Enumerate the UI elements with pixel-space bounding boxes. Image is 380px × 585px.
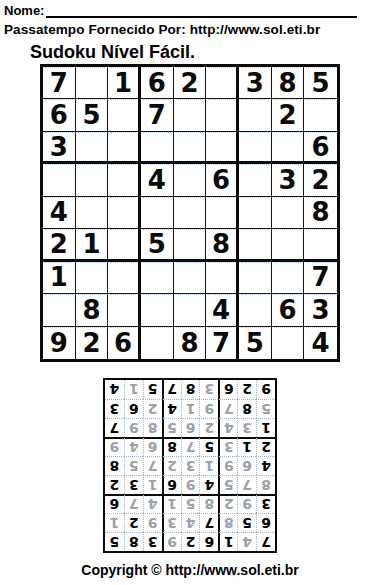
puzzle-cell-r4c1: [43, 164, 76, 196]
puzzle-cell-r4c2: [76, 164, 109, 196]
solution-cell-r6c7: 6: [143, 437, 162, 456]
puzzle-cell-r1c9: 5: [304, 67, 337, 99]
puzzle-cell-r5c4: [141, 197, 174, 229]
puzzle-cell-r9c4: [141, 327, 174, 359]
solution-cell-r3c1: 3: [256, 494, 275, 513]
puzzle-cell-r8c4: [141, 294, 174, 326]
puzzle-cell-r4c3: [108, 164, 141, 196]
solution-cell-r9c4: 3: [199, 380, 218, 399]
puzzle-cell-r7c7: [239, 262, 272, 294]
solution-cell-r3c5: 5: [181, 494, 200, 513]
puzzle-cell-r7c5: [174, 262, 207, 294]
solution-cell-r8c5: 1: [181, 399, 200, 418]
puzzle-cell-r3c6: [206, 132, 239, 164]
solution-cell-r4c1: 8: [256, 475, 275, 494]
puzzle-cell-r8c7: [239, 294, 272, 326]
puzzle-cell-r1c6: [206, 67, 239, 99]
puzzle-cell-r7c8: [272, 262, 305, 294]
puzzle-cell-r6c6: 8: [206, 229, 239, 261]
puzzle-cell-r2c1: 6: [43, 99, 76, 131]
puzzle-cell-r2c4: 7: [141, 99, 174, 131]
solution-cell-r8c4: 9: [199, 399, 218, 418]
solution-cell-r1c4: 6: [199, 532, 218, 551]
solution-cell-r8c7: 2: [143, 399, 162, 418]
puzzle-cell-r7c2: [76, 262, 109, 294]
puzzle-cell-r5c8: [272, 197, 305, 229]
puzzle-cell-r4c8: 3: [272, 164, 305, 196]
solution-cell-r7c9: 7: [105, 418, 124, 437]
solution-cell-r8c8: 6: [124, 399, 143, 418]
solution-grid-rotated: 7416293856587439213928514768754961324691…: [103, 378, 277, 553]
solution-cell-r5c7: 7: [143, 456, 162, 475]
solution-cell-r9c5: 8: [181, 380, 200, 399]
solution-cell-r1c7: 3: [143, 532, 162, 551]
puzzle-cell-r1c3: 1: [108, 67, 141, 99]
solution-cell-r4c5: 9: [181, 475, 200, 494]
solution-cell-r3c9: 6: [105, 494, 124, 513]
solution-cell-r6c5: 7: [181, 437, 200, 456]
solution-cell-r9c2: 2: [237, 380, 256, 399]
puzzle-cell-r2c8: 2: [272, 99, 305, 131]
puzzle-cell-r1c5: 2: [174, 67, 207, 99]
solution-cell-r2c5: 4: [181, 513, 200, 532]
name-fill-in-line: [46, 3, 357, 18]
solution-cell-r4c6: 6: [162, 475, 181, 494]
solution-cell-r8c6: 4: [162, 399, 181, 418]
solution-cell-r3c4: 8: [199, 494, 218, 513]
puzzle-cell-r9c5: 8: [174, 327, 207, 359]
puzzle-cell-r4c6: 6: [206, 164, 239, 196]
solution-cell-r2c3: 8: [218, 513, 237, 532]
name-label: Nome:: [4, 3, 44, 18]
puzzle-cell-r6c8: [272, 229, 305, 261]
puzzle-cell-r5c7: [239, 197, 272, 229]
puzzle-cell-r8c1: [43, 294, 76, 326]
puzzle-cell-r7c1: 1: [43, 262, 76, 294]
puzzle-cell-r8c8: 6: [272, 294, 305, 326]
solution-cell-r7c2: 3: [237, 418, 256, 437]
solution-cell-r4c3: 5: [218, 475, 237, 494]
puzzle-cell-r5c1: 4: [43, 197, 76, 229]
puzzle-cell-r9c3: 6: [108, 327, 141, 359]
puzzle-cell-r9c6: 7: [206, 327, 239, 359]
solution-cell-r7c3: 4: [218, 418, 237, 437]
puzzle-cell-r3c3: [108, 132, 141, 164]
puzzle-cell-r9c9: 4: [304, 327, 337, 359]
puzzle-grid: 716238565723646324821581784639268754: [40, 64, 340, 362]
sudoku-sheet: Nome: Passatempo Fornecido Por: http://w…: [0, 0, 380, 585]
solution-cell-r1c5: 2: [181, 532, 200, 551]
solution-cell-r9c9: 4: [105, 380, 124, 399]
solution-cell-r3c2: 9: [237, 494, 256, 513]
puzzle-cell-r6c5: [174, 229, 207, 261]
solution-cell-r1c9: 5: [105, 532, 124, 551]
puzzle-cell-r7c9: 7: [304, 262, 337, 294]
solution-cell-r8c2: 8: [237, 399, 256, 418]
solution-cell-r1c2: 4: [237, 532, 256, 551]
solution-cell-r5c8: 5: [124, 456, 143, 475]
puzzle-cell-r5c6: [206, 197, 239, 229]
puzzle-cell-r6c4: 5: [141, 229, 174, 261]
puzzle-cell-r8c3: [108, 294, 141, 326]
puzzle-cell-r1c8: 8: [272, 67, 305, 99]
puzzle-cell-r9c2: 2: [76, 327, 109, 359]
puzzle-cell-r2c9: [304, 99, 337, 131]
puzzle-cell-r3c8: [272, 132, 305, 164]
puzzle-cell-r7c6: [206, 262, 239, 294]
name-row: Nome:: [4, 3, 357, 18]
solution-cell-r5c6: 2: [162, 456, 181, 475]
solution-cell-r2c1: 6: [256, 513, 275, 532]
copyright-line: Copyright © http://www.sol.eti.br: [0, 562, 380, 578]
solution-cell-r3c6: 1: [162, 494, 181, 513]
solution-cell-r3c3: 2: [218, 494, 237, 513]
solution-cell-r2c9: 1: [105, 513, 124, 532]
solution-cell-r1c6: 9: [162, 532, 181, 551]
solution-cell-r6c1: 2: [256, 437, 275, 456]
puzzle-cell-r9c8: [272, 327, 305, 359]
puzzle-cell-r2c3: [108, 99, 141, 131]
solution-cell-r3c7: 4: [143, 494, 162, 513]
puzzle-cell-r7c3: [108, 262, 141, 294]
solution-cell-r4c4: 4: [199, 475, 218, 494]
solution-cell-r9c6: 7: [162, 380, 181, 399]
puzzle-cell-r9c7: 5: [239, 327, 272, 359]
puzzle-cell-r5c5: [174, 197, 207, 229]
solution-cell-r7c6: 5: [162, 418, 181, 437]
solution-cell-r5c4: 1: [199, 456, 218, 475]
puzzle-cell-r6c9: [304, 229, 337, 261]
puzzle-cell-r8c5: [174, 294, 207, 326]
puzzle-cell-r7c4: [141, 262, 174, 294]
puzzle-cell-r3c1: 3: [43, 132, 76, 164]
solution-cell-r5c1: 4: [256, 456, 275, 475]
solution-cell-r6c2: 1: [237, 437, 256, 456]
puzzle-cell-r1c1: 7: [43, 67, 76, 99]
puzzle-cell-r3c2: [76, 132, 109, 164]
puzzle-cell-r6c1: 2: [43, 229, 76, 261]
solution-cell-r6c8: 4: [124, 437, 143, 456]
solution-cell-r5c3: 9: [218, 456, 237, 475]
solution-cell-r3c8: 7: [124, 494, 143, 513]
solution-cell-r7c4: 2: [199, 418, 218, 437]
puzzle-cell-r2c7: [239, 99, 272, 131]
puzzle-cell-r3c9: 6: [304, 132, 337, 164]
solution-cell-r7c7: 8: [143, 418, 162, 437]
solution-cell-r5c9: 8: [105, 456, 124, 475]
puzzle-cell-r4c9: 2: [304, 164, 337, 196]
solution-cell-r5c2: 6: [237, 456, 256, 475]
puzzle-cell-r6c2: 1: [76, 229, 109, 261]
solution-cell-r1c8: 8: [124, 532, 143, 551]
solution-cell-r2c6: 3: [162, 513, 181, 532]
puzzle-cell-r3c4: [141, 132, 174, 164]
solution-cell-r7c5: 6: [181, 418, 200, 437]
puzzle-cell-r9c1: 9: [43, 327, 76, 359]
solution-cell-r2c8: 2: [124, 513, 143, 532]
puzzle-cell-r3c7: [239, 132, 272, 164]
puzzle-cell-r2c6: [206, 99, 239, 131]
solution-cell-r1c1: 7: [256, 532, 275, 551]
puzzle-cell-r3c5: [174, 132, 207, 164]
puzzle-cell-r2c5: [174, 99, 207, 131]
puzzle-cell-r5c2: [76, 197, 109, 229]
solution-cell-r7c8: 9: [124, 418, 143, 437]
puzzle-cell-r6c7: [239, 229, 272, 261]
solution-cell-r9c1: 9: [256, 380, 275, 399]
solution-cell-r4c7: 1: [143, 475, 162, 494]
provider-line: Passatempo Fornecido Por: http://www.sol…: [4, 22, 320, 37]
solution-cell-r2c7: 9: [143, 513, 162, 532]
solution-cell-r7c1: 1: [256, 418, 275, 437]
puzzle-cell-r4c4: 4: [141, 164, 174, 196]
puzzle-cell-r1c4: 6: [141, 67, 174, 99]
solution-cell-r6c4: 5: [199, 437, 218, 456]
solution-cell-r6c3: 3: [218, 437, 237, 456]
puzzle-cell-r4c7: [239, 164, 272, 196]
puzzle-cell-r5c9: 8: [304, 197, 337, 229]
puzzle-cell-r1c7: 3: [239, 67, 272, 99]
solution-cell-r8c1: 5: [256, 399, 275, 418]
puzzle-cell-r8c9: 3: [304, 294, 337, 326]
solution-cell-r9c3: 6: [218, 380, 237, 399]
puzzle-cell-r8c6: 4: [206, 294, 239, 326]
solution-cell-r2c4: 7: [199, 513, 218, 532]
solution-cell-r6c6: 8: [162, 437, 181, 456]
solution-cell-r6c9: 9: [105, 437, 124, 456]
solution-cell-r5c5: 3: [181, 456, 200, 475]
puzzle-cell-r5c3: [108, 197, 141, 229]
puzzle-cell-r2c2: 5: [76, 99, 109, 131]
solution-cell-r9c8: 1: [124, 380, 143, 399]
solution-cell-r9c7: 5: [143, 380, 162, 399]
solution-cell-r4c2: 7: [237, 475, 256, 494]
solution-cell-r2c2: 5: [237, 513, 256, 532]
puzzle-cell-r1c2: [76, 67, 109, 99]
solution-cell-r8c3: 7: [218, 399, 237, 418]
solution-cell-r4c8: 3: [124, 475, 143, 494]
puzzle-cell-r8c2: 8: [76, 294, 109, 326]
page-title: Sudoku Nível Fácil.: [30, 42, 195, 63]
solution-cell-r1c3: 1: [218, 532, 237, 551]
solution-cell-r4c9: 2: [105, 475, 124, 494]
solution-cell-r8c9: 3: [105, 399, 124, 418]
puzzle-cell-r4c5: [174, 164, 207, 196]
puzzle-cell-r6c3: [108, 229, 141, 261]
